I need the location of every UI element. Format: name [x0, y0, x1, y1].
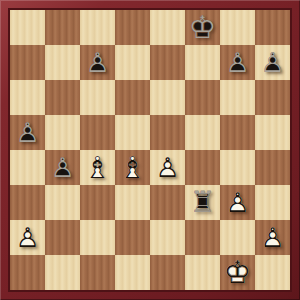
square-d7[interactable]	[115, 45, 150, 80]
piece-glyph-outline: ♖	[185, 185, 220, 220]
square-c3[interactable]	[80, 185, 115, 220]
square-a1[interactable]	[10, 255, 45, 290]
square-h7[interactable]: ♟♙	[255, 45, 290, 80]
square-e7[interactable]	[150, 45, 185, 80]
piece-glyph-outline: ♙	[45, 150, 80, 185]
piece-glyph-outline: ♙	[255, 45, 290, 80]
square-c7[interactable]: ♟♙	[80, 45, 115, 80]
square-h1[interactable]	[255, 255, 290, 290]
piece-glyph-outline: ♙	[10, 220, 45, 255]
piece-glyph-outline: ♔	[185, 10, 220, 45]
square-f8[interactable]: ♚♔	[185, 10, 220, 45]
square-f6[interactable]	[185, 80, 220, 115]
square-a5[interactable]: ♟♙	[10, 115, 45, 150]
square-c5[interactable]	[80, 115, 115, 150]
square-f2[interactable]	[185, 220, 220, 255]
square-e6[interactable]	[150, 80, 185, 115]
square-f5[interactable]	[185, 115, 220, 150]
piece-glyph-outline: ♗	[115, 150, 150, 185]
piece-glyph-outline: ♙	[255, 220, 290, 255]
piece-black-king: ♚♔	[185, 10, 220, 45]
square-c1[interactable]	[80, 255, 115, 290]
square-b5[interactable]	[45, 115, 80, 150]
square-a6[interactable]	[10, 80, 45, 115]
square-e1[interactable]	[150, 255, 185, 290]
square-f1[interactable]	[185, 255, 220, 290]
square-a7[interactable]	[10, 45, 45, 80]
square-b7[interactable]	[45, 45, 80, 80]
square-e5[interactable]	[150, 115, 185, 150]
piece-glyph-outline: ♙	[150, 150, 185, 185]
piece-black-pawn: ♟♙	[10, 115, 45, 150]
square-d1[interactable]	[115, 255, 150, 290]
square-f4[interactable]	[185, 150, 220, 185]
piece-black-pawn: ♟♙	[255, 45, 290, 80]
piece-white-pawn: ♟♙	[220, 185, 255, 220]
square-g2[interactable]	[220, 220, 255, 255]
square-e4[interactable]: ♟♙	[150, 150, 185, 185]
piece-glyph-outline: ♗	[80, 150, 115, 185]
piece-white-pawn: ♟♙	[255, 220, 290, 255]
square-c6[interactable]	[80, 80, 115, 115]
piece-black-pawn: ♟♙	[45, 150, 80, 185]
piece-glyph-outline: ♔	[220, 255, 255, 290]
square-e2[interactable]	[150, 220, 185, 255]
square-h8[interactable]	[255, 10, 290, 45]
piece-glyph-outline: ♙	[10, 115, 45, 150]
square-f7[interactable]	[185, 45, 220, 80]
piece-glyph-outline: ♙	[220, 45, 255, 80]
square-a4[interactable]	[10, 150, 45, 185]
board-frame: ♚♔♟♙♟♙♟♙♟♙♟♙♝♗♝♗♟♙♜♖♟♙♟♙♟♙♚♔	[0, 0, 300, 300]
square-e8[interactable]	[150, 10, 185, 45]
square-d8[interactable]	[115, 10, 150, 45]
square-g5[interactable]	[220, 115, 255, 150]
square-a8[interactable]	[10, 10, 45, 45]
square-b6[interactable]	[45, 80, 80, 115]
square-g3[interactable]: ♟♙	[220, 185, 255, 220]
square-d5[interactable]	[115, 115, 150, 150]
square-c8[interactable]	[80, 10, 115, 45]
square-b2[interactable]	[45, 220, 80, 255]
piece-white-bishop: ♝♗	[80, 150, 115, 185]
piece-glyph-outline: ♙	[80, 45, 115, 80]
square-c4[interactable]: ♝♗	[80, 150, 115, 185]
square-d3[interactable]	[115, 185, 150, 220]
square-g7[interactable]: ♟♙	[220, 45, 255, 80]
square-d6[interactable]	[115, 80, 150, 115]
square-d4[interactable]: ♝♗	[115, 150, 150, 185]
piece-black-rook: ♜♖	[185, 185, 220, 220]
square-g4[interactable]	[220, 150, 255, 185]
square-g6[interactable]	[220, 80, 255, 115]
chess-board: ♚♔♟♙♟♙♟♙♟♙♟♙♝♗♝♗♟♙♜♖♟♙♟♙♟♙♚♔	[10, 10, 290, 290]
piece-glyph-outline: ♙	[220, 185, 255, 220]
square-a2[interactable]: ♟♙	[10, 220, 45, 255]
square-h3[interactable]	[255, 185, 290, 220]
square-h6[interactable]	[255, 80, 290, 115]
square-f3[interactable]: ♜♖	[185, 185, 220, 220]
piece-white-bishop: ♝♗	[115, 150, 150, 185]
square-b8[interactable]	[45, 10, 80, 45]
board-inner-border: ♚♔♟♙♟♙♟♙♟♙♟♙♝♗♝♗♟♙♜♖♟♙♟♙♟♙♚♔	[8, 8, 292, 292]
square-h2[interactable]: ♟♙	[255, 220, 290, 255]
square-c2[interactable]	[80, 220, 115, 255]
square-d2[interactable]	[115, 220, 150, 255]
piece-white-pawn: ♟♙	[10, 220, 45, 255]
square-g1[interactable]: ♚♔	[220, 255, 255, 290]
square-g8[interactable]	[220, 10, 255, 45]
square-h5[interactable]	[255, 115, 290, 150]
square-b4[interactable]: ♟♙	[45, 150, 80, 185]
square-b1[interactable]	[45, 255, 80, 290]
square-a3[interactable]	[10, 185, 45, 220]
piece-white-pawn: ♟♙	[150, 150, 185, 185]
piece-black-pawn: ♟♙	[80, 45, 115, 80]
piece-black-pawn: ♟♙	[220, 45, 255, 80]
piece-white-king: ♚♔	[220, 255, 255, 290]
square-h4[interactable]	[255, 150, 290, 185]
square-e3[interactable]	[150, 185, 185, 220]
square-b3[interactable]	[45, 185, 80, 220]
